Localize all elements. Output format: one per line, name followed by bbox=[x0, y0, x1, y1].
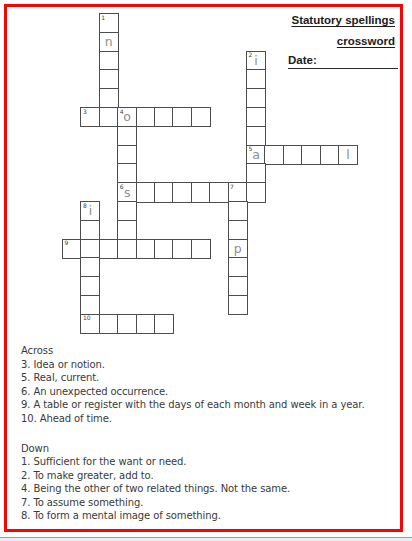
cell-r7c4[interactable] bbox=[117, 126, 137, 146]
down-clue-1: 1. Sufficient for the want or need. bbox=[21, 455, 401, 469]
clue-number-3: 3 bbox=[83, 109, 87, 115]
across-clue-3: 3. Idea or notion. bbox=[21, 358, 401, 372]
cell-r8c11[interactable]: 5a bbox=[246, 145, 266, 165]
cell-r10c7[interactable] bbox=[172, 182, 192, 202]
across-clue-6: 6. An unexpected occurrence. bbox=[21, 385, 401, 399]
prefilled-letter-l: l bbox=[346, 149, 349, 162]
cell-r8c14[interactable] bbox=[301, 145, 321, 165]
across-heading: Across bbox=[21, 344, 401, 358]
cell-r13c4[interactable] bbox=[117, 239, 137, 259]
cell-r6c6[interactable] bbox=[154, 107, 174, 127]
cell-r9c11[interactable] bbox=[246, 163, 266, 183]
cell-r11c4[interactable] bbox=[117, 201, 137, 221]
cell-r15c2[interactable] bbox=[80, 276, 100, 296]
cell-r6c3[interactable] bbox=[99, 107, 119, 127]
cell-r3c11[interactable]: 2i bbox=[246, 51, 266, 71]
cell-r12c2[interactable] bbox=[80, 220, 100, 240]
cell-r8c13[interactable] bbox=[283, 145, 303, 165]
down-clue-8: 8. To form a mental image of something. bbox=[21, 509, 401, 523]
cell-r14c2[interactable] bbox=[80, 257, 100, 277]
across-clue-9: 9. A table or register with the days of … bbox=[21, 398, 401, 412]
cell-r10c8[interactable] bbox=[191, 182, 211, 202]
cell-r4c11[interactable] bbox=[246, 69, 266, 89]
cell-r15c10[interactable] bbox=[228, 276, 248, 296]
cell-r11c2[interactable]: 8i bbox=[80, 201, 100, 221]
cell-r17c5[interactable] bbox=[136, 314, 156, 334]
cell-r17c4[interactable] bbox=[117, 314, 137, 334]
prefilled-letter-n: n bbox=[105, 36, 113, 49]
cell-r6c2[interactable]: 3 bbox=[80, 107, 100, 127]
across-clue-10: 10. Ahead of time. bbox=[21, 412, 401, 426]
cell-r6c7[interactable] bbox=[172, 107, 192, 127]
cell-r10c9[interactable] bbox=[209, 182, 229, 202]
cell-r17c3[interactable] bbox=[99, 314, 119, 334]
cell-r16c10[interactable] bbox=[228, 295, 248, 315]
clues-section: Across 3. Idea or notion. 5. Real, curre… bbox=[21, 344, 401, 523]
cell-r6c8[interactable] bbox=[191, 107, 211, 127]
cell-r10c4[interactable]: 6s bbox=[117, 182, 137, 202]
cell-r10c6[interactable] bbox=[154, 182, 174, 202]
cell-r5c11[interactable] bbox=[246, 88, 266, 108]
down-clue-7: 7. To assume something. bbox=[21, 496, 401, 510]
cell-r13c10[interactable]: p bbox=[228, 239, 248, 259]
cell-r13c5[interactable] bbox=[136, 239, 156, 259]
cell-r13c8[interactable] bbox=[191, 239, 211, 259]
prefilled-letter-s: s bbox=[124, 187, 131, 200]
clue-number-5: 5 bbox=[249, 146, 253, 152]
cell-r8c15[interactable] bbox=[320, 145, 340, 165]
cell-r10c10[interactable]: 7 bbox=[228, 182, 248, 202]
cell-r7c11[interactable] bbox=[246, 126, 266, 146]
crossword-grid: 1n2i34o5al6s78i9p10 bbox=[62, 13, 362, 338]
cell-r1c3[interactable]: 1 bbox=[99, 13, 119, 33]
cell-r8c16[interactable]: l bbox=[338, 145, 358, 165]
cell-r10c5[interactable] bbox=[136, 182, 156, 202]
cell-r6c11[interactable] bbox=[246, 107, 266, 127]
cell-r13c1[interactable]: 9 bbox=[62, 239, 82, 259]
clue-number-1: 1 bbox=[101, 15, 105, 21]
prefilled-letter-o: o bbox=[123, 111, 131, 124]
cell-r6c5[interactable] bbox=[136, 107, 156, 127]
cell-r3c3[interactable] bbox=[99, 51, 119, 71]
cell-r8c4[interactable] bbox=[117, 145, 137, 165]
down-heading: Down bbox=[21, 442, 401, 456]
cell-r17c6[interactable] bbox=[154, 314, 174, 334]
cell-r4c3[interactable] bbox=[99, 69, 119, 89]
cell-r13c2[interactable] bbox=[80, 239, 100, 259]
cell-r9c4[interactable] bbox=[117, 163, 137, 183]
cell-r17c2[interactable]: 10 bbox=[80, 314, 100, 334]
down-clue-4: 4. Being the other of two related things… bbox=[21, 482, 401, 496]
down-clue-2: 2. To make greater, add to. bbox=[21, 469, 401, 483]
prefilled-letter-p: p bbox=[234, 243, 242, 256]
cell-r2c3[interactable]: n bbox=[99, 32, 119, 52]
cell-r10c11[interactable] bbox=[246, 182, 266, 202]
clue-number-6: 6 bbox=[120, 184, 124, 190]
cell-r5c3[interactable] bbox=[99, 88, 119, 108]
cell-r6c4[interactable]: 4o bbox=[117, 107, 137, 127]
clue-number-10: 10 bbox=[83, 315, 91, 321]
cell-r14c10[interactable] bbox=[228, 257, 248, 277]
prefilled-letter-a: a bbox=[252, 149, 260, 162]
clue-number-7: 7 bbox=[230, 184, 234, 190]
clue-section-gap bbox=[21, 425, 401, 442]
clue-number-4: 4 bbox=[120, 109, 124, 115]
cell-r8c12[interactable] bbox=[264, 145, 284, 165]
cell-r13c3[interactable] bbox=[99, 239, 119, 259]
cell-r13c7[interactable] bbox=[172, 239, 192, 259]
clue-number-8: 8 bbox=[83, 203, 87, 209]
viewer-bottom-edge bbox=[0, 537, 412, 541]
prefilled-letter-i: i bbox=[89, 205, 92, 218]
across-clue-5: 5. Real, current. bbox=[21, 371, 401, 385]
cell-r12c4[interactable] bbox=[117, 220, 137, 240]
cell-r12c10[interactable] bbox=[228, 220, 248, 240]
cell-r16c2[interactable] bbox=[80, 295, 100, 315]
prefilled-letter-i: i bbox=[254, 55, 257, 68]
cell-r13c6[interactable] bbox=[154, 239, 174, 259]
clue-number-9: 9 bbox=[65, 240, 69, 246]
cell-r11c10[interactable] bbox=[228, 201, 248, 221]
clue-number-2: 2 bbox=[249, 52, 253, 58]
